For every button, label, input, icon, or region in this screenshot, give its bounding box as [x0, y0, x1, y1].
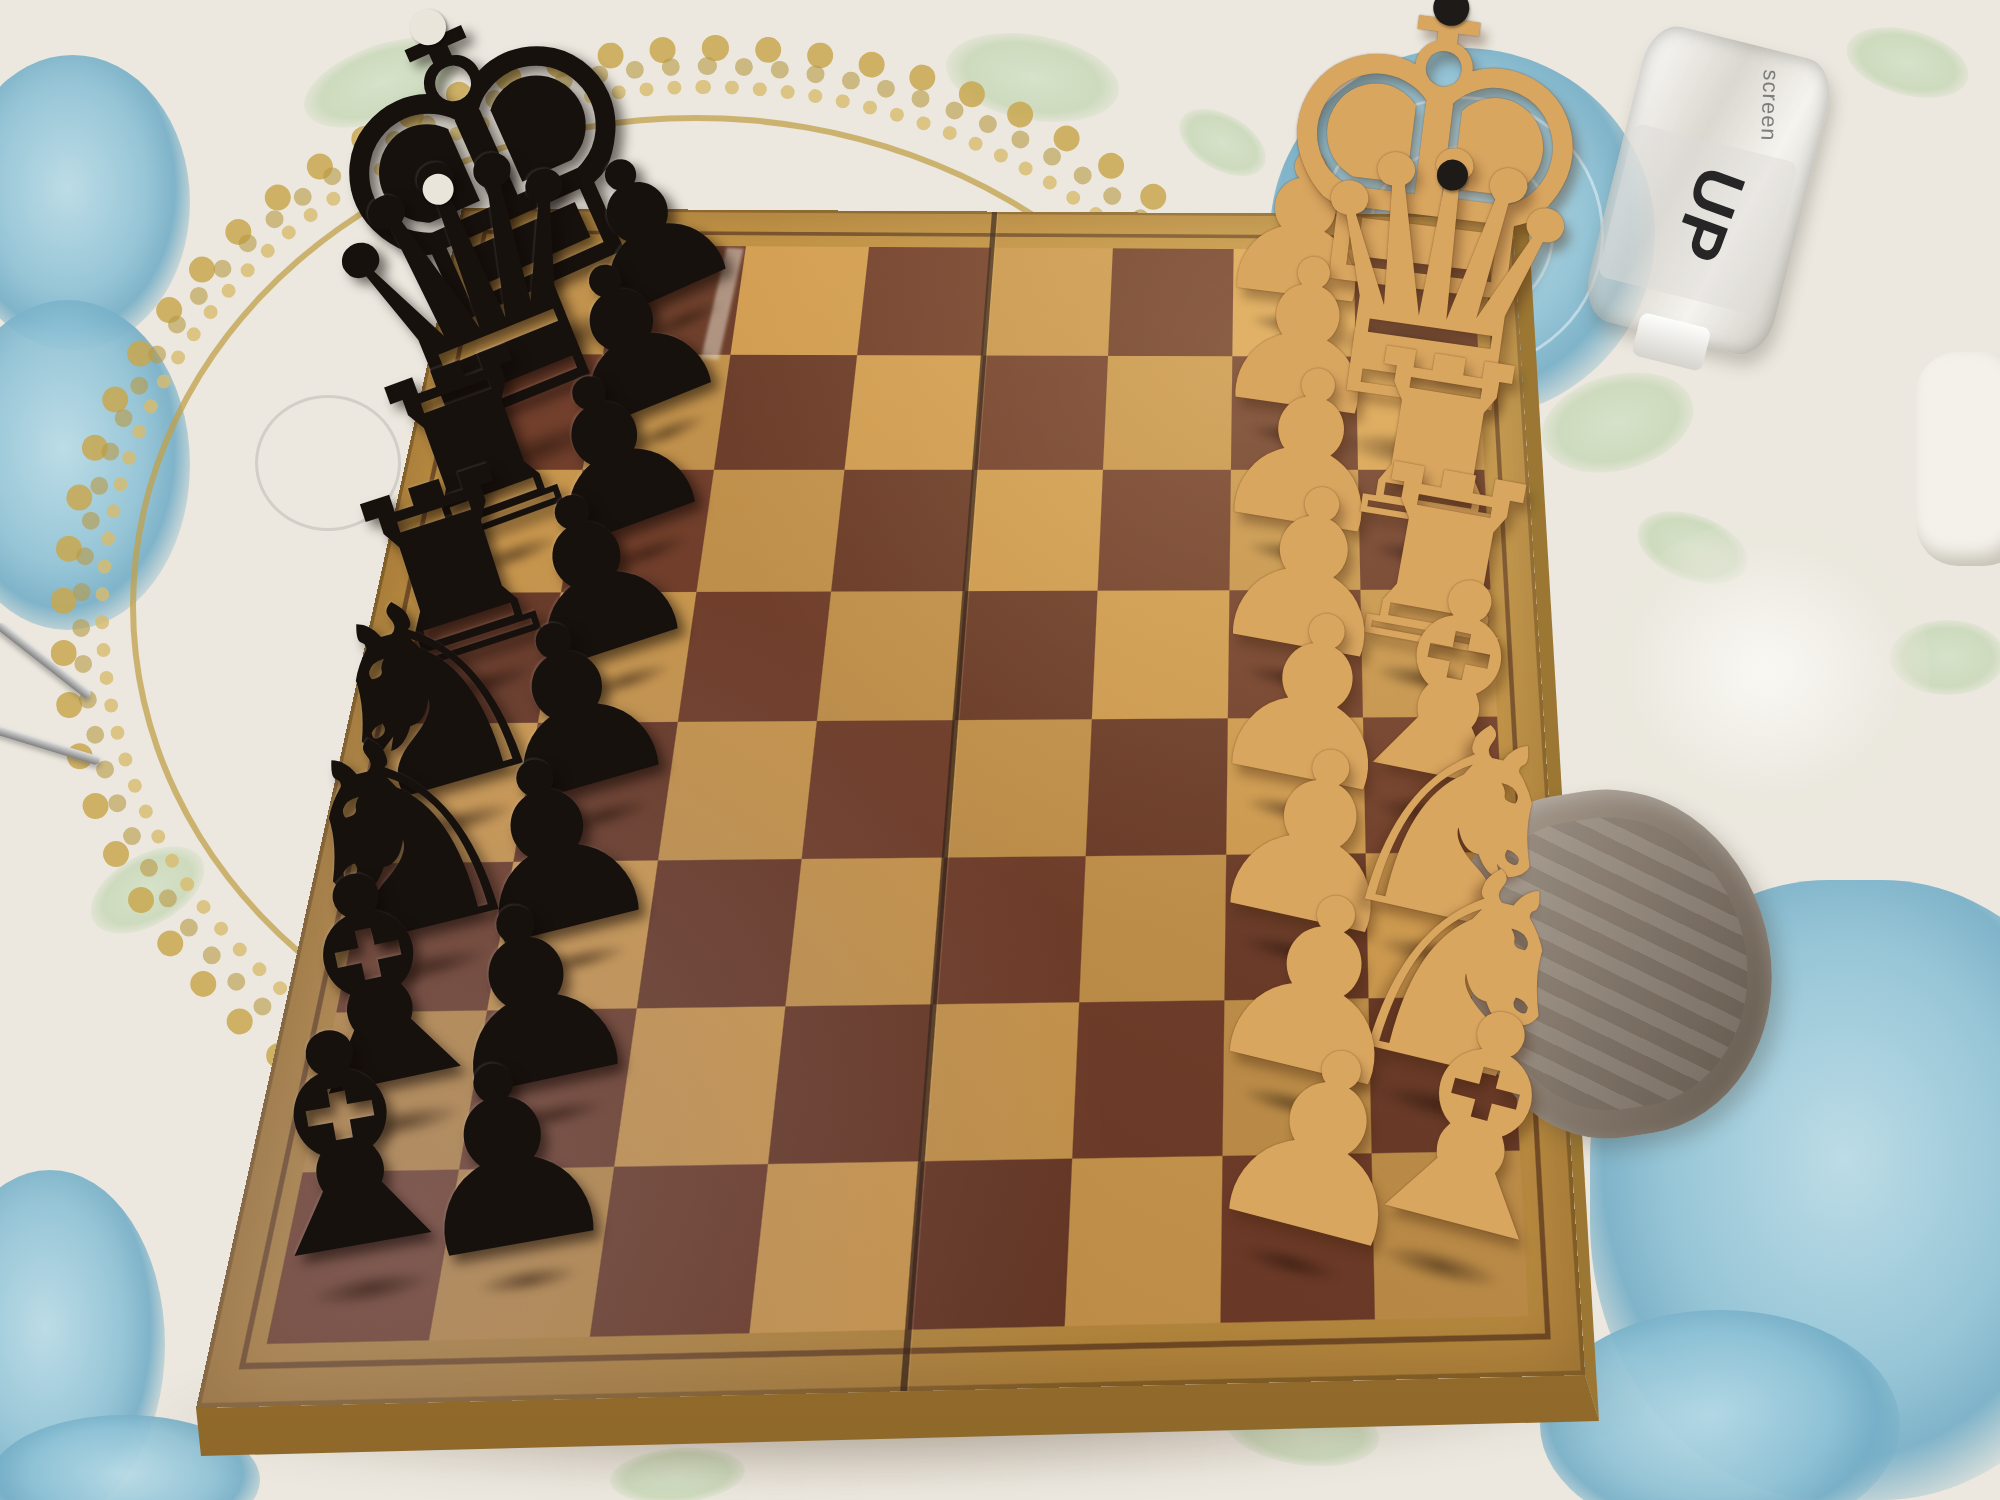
square-c7r7[interactable] [1222, 998, 1371, 1156]
white-lid [1916, 352, 2000, 566]
square-c1r4[interactable] [397, 592, 561, 723]
square-c6r7[interactable] [1072, 1000, 1224, 1158]
square-c3r6[interactable] [637, 859, 802, 1008]
green-leaf-10 [1839, 15, 1977, 110]
square-c1r1[interactable] [475, 245, 623, 355]
square-c7r4[interactable] [1228, 590, 1363, 718]
bottle-small-text: screen [1755, 69, 1783, 142]
square-c8r5[interactable] [1363, 717, 1504, 854]
square-c1r5[interactable] [368, 723, 538, 864]
square-c8r8[interactable] [1372, 1151, 1529, 1320]
green-leaf-3 [1168, 95, 1278, 190]
square-c5r7[interactable] [921, 1002, 1079, 1161]
square-c5r3[interactable] [965, 470, 1103, 591]
square-c2r2[interactable] [583, 354, 731, 469]
square-c3r7[interactable] [614, 1006, 785, 1166]
square-c6r5[interactable] [1086, 718, 1228, 856]
square-c7r8[interactable] [1220, 1153, 1374, 1323]
square-c4r3[interactable] [831, 470, 974, 592]
square-c4r8[interactable] [749, 1161, 920, 1333]
square-c4r7[interactable] [768, 1004, 933, 1164]
square-c2r5[interactable] [513, 722, 678, 862]
tweezers-arm-upper [0, 621, 92, 700]
square-c2r6[interactable] [487, 860, 658, 1010]
square-c3r3[interactable] [696, 470, 844, 592]
square-c5r6[interactable] [933, 856, 1086, 1004]
cloth-folds [1471, 798, 1767, 1126]
square-c7r6[interactable] [1224, 853, 1368, 1000]
square-c2r8[interactable] [429, 1167, 614, 1341]
square-c6r4[interactable] [1092, 590, 1230, 719]
square-c5r4[interactable] [955, 591, 1098, 720]
square-c3r4[interactable] [678, 592, 831, 722]
square-c3r2[interactable] [714, 355, 857, 470]
square-c7r1[interactable] [1232, 249, 1355, 357]
stage: ♚♛♜♜♞♞♝♝♟♟♟♟♟♟♟♟♟♟♟♟♟♟♟♟♚♛♜♜♝♞♞♝ screen … [0, 0, 2000, 1500]
square-c6r2[interactable] [1103, 356, 1232, 470]
square-c2r4[interactable] [538, 592, 697, 723]
square-c8r3[interactable] [1358, 470, 1490, 590]
square-c1r2[interactable] [450, 354, 603, 470]
square-c4r6[interactable] [785, 858, 944, 1007]
square-c8r1[interactable] [1354, 250, 1479, 357]
square-c8r4[interactable] [1360, 589, 1497, 717]
bottle-label-text: UP [1657, 157, 1761, 273]
square-c6r1[interactable] [1108, 248, 1234, 356]
square-c7r3[interactable] [1229, 470, 1360, 590]
square-c7r5[interactable] [1226, 717, 1365, 854]
square-c4r4[interactable] [817, 591, 965, 721]
square-c6r8[interactable] [1065, 1156, 1223, 1326]
square-c5r5[interactable] [944, 719, 1092, 857]
square-c1r3[interactable] [424, 470, 582, 593]
square-c2r7[interactable] [459, 1008, 637, 1169]
square-c2r3[interactable] [561, 470, 714, 593]
bottle: screen UP [1561, 17, 1849, 389]
square-c3r1[interactable] [730, 246, 869, 355]
square-c3r5[interactable] [658, 721, 817, 860]
tweezers-arm-lower [0, 723, 101, 766]
square-c4r2[interactable] [844, 355, 983, 470]
square-c4r5[interactable] [802, 720, 955, 859]
square-c6r3[interactable] [1098, 470, 1231, 591]
black-ball-finial [1432, 0, 1472, 27]
square-c5r1[interactable] [983, 248, 1113, 356]
square-c5r8[interactable] [908, 1159, 1073, 1330]
square-c5r2[interactable] [974, 356, 1108, 470]
square-c6r6[interactable] [1079, 855, 1226, 1003]
white-flower-right [1600, 520, 1930, 820]
square-c4r1[interactable] [857, 247, 991, 356]
square-c7r2[interactable] [1231, 356, 1358, 470]
square-c3r8[interactable] [590, 1164, 768, 1337]
square-c1r6[interactable] [336, 862, 513, 1013]
square-c8r2[interactable] [1356, 357, 1485, 470]
tweezers [0, 628, 126, 788]
